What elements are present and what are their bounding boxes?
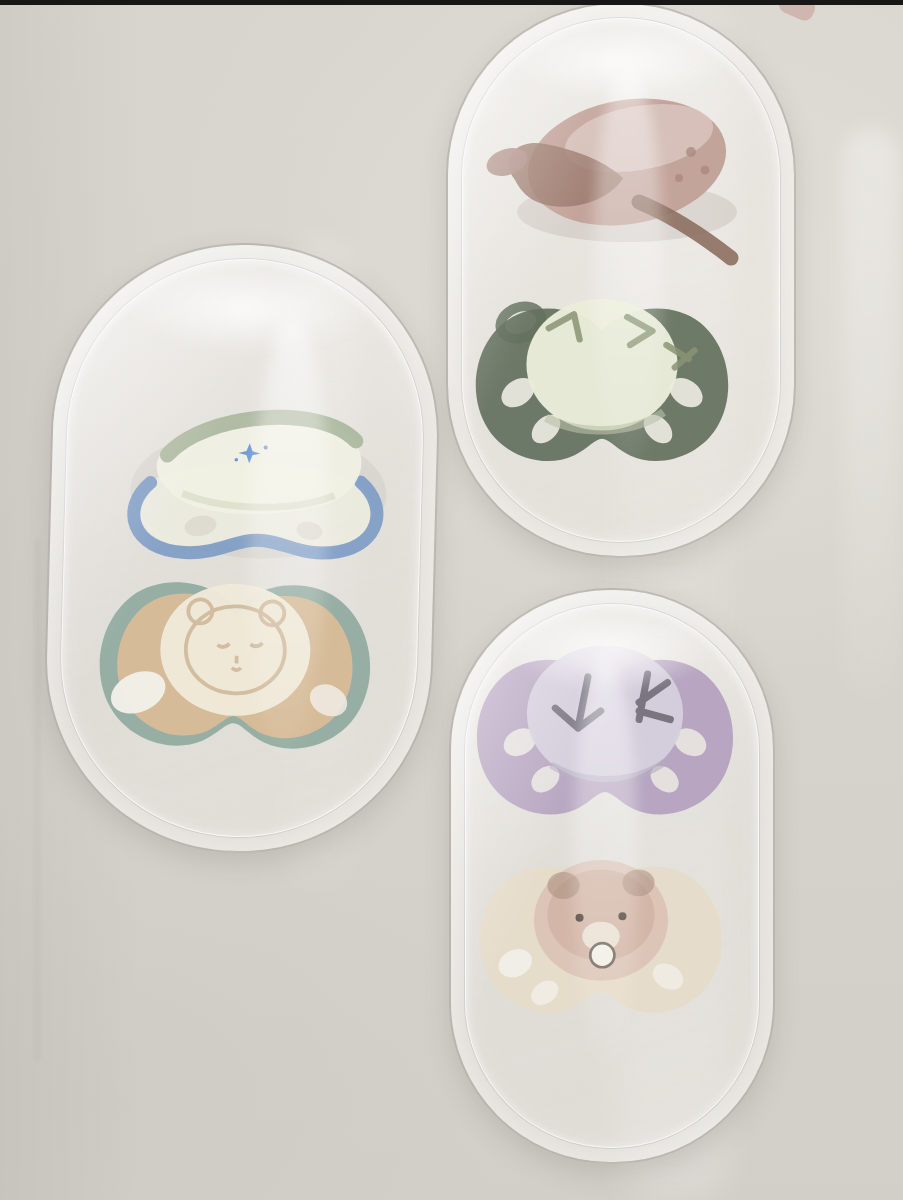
case-reflection-streak (573, 659, 637, 1071)
fabric-crease (36, 540, 39, 1060)
pacifier-case-bottom-right (449, 588, 775, 1164)
photo-top-edge (0, 0, 903, 5)
case-reflection-streak (593, 70, 662, 467)
pacifier-teal-bear (82, 559, 388, 792)
photo-backdrop (0, 0, 903, 1200)
pacifier-case-left (40, 238, 444, 858)
pacifier-case-top-right (446, 2, 796, 558)
fabric-fold-highlight (842, 128, 900, 698)
